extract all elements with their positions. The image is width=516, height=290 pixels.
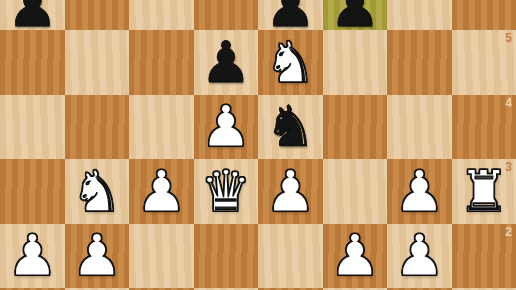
square-b4[interactable]: [65, 95, 130, 160]
white-pawn-e3[interactable]: ♟: [258, 159, 323, 224]
rank-label-5: 5: [505, 32, 512, 44]
square-d4[interactable]: ♟: [194, 95, 259, 160]
square-c4[interactable]: [129, 95, 194, 160]
square-f2[interactable]: ♟: [323, 224, 388, 289]
square-e3[interactable]: ♟: [258, 159, 323, 224]
square-h3[interactable]: ♜3: [452, 159, 516, 224]
white-pawn-a2[interactable]: ♟: [0, 224, 65, 289]
square-b5[interactable]: [65, 30, 130, 95]
square-h6[interactable]: [452, 0, 516, 30]
white-pawn-b2[interactable]: ♟: [65, 224, 130, 289]
chess-board-viewport: ♟♟♟♟♞5♟♞4♞♟♛♟♟♜3♟♟♟♟2: [0, 0, 516, 290]
square-g6[interactable]: [387, 0, 452, 30]
square-f6[interactable]: ♟: [323, 0, 388, 30]
square-e4[interactable]: ♞: [258, 95, 323, 160]
white-pawn-c3[interactable]: ♟: [129, 159, 194, 224]
square-g2[interactable]: ♟: [387, 224, 452, 289]
square-g3[interactable]: ♟: [387, 159, 452, 224]
white-pawn-d4[interactable]: ♟: [194, 95, 259, 160]
white-pawn-f2[interactable]: ♟: [323, 224, 388, 289]
square-a2[interactable]: ♟: [0, 224, 65, 289]
square-d5[interactable]: ♟: [194, 30, 259, 95]
rank-label-2: 2: [505, 226, 512, 238]
black-pawn-d5[interactable]: ♟: [194, 30, 259, 95]
chess-board: ♟♟♟♟♞5♟♞4♞♟♛♟♟♜3♟♟♟♟2: [0, 0, 516, 290]
white-queen-d3[interactable]: ♛: [194, 159, 259, 224]
square-c5[interactable]: [129, 30, 194, 95]
rank-label-4: 4: [505, 97, 512, 109]
white-knight-e5[interactable]: ♞: [258, 30, 323, 95]
square-d2[interactable]: [194, 224, 259, 289]
white-pawn-g3[interactable]: ♟: [387, 159, 452, 224]
white-pawn-g2[interactable]: ♟: [387, 224, 452, 289]
square-d3[interactable]: ♛: [194, 159, 259, 224]
square-a3[interactable]: [0, 159, 65, 224]
square-e5[interactable]: ♞: [258, 30, 323, 95]
square-c3[interactable]: ♟: [129, 159, 194, 224]
square-e6[interactable]: ♟: [258, 0, 323, 30]
square-a4[interactable]: [0, 95, 65, 160]
square-h4[interactable]: 4: [452, 95, 516, 160]
square-e2[interactable]: [258, 224, 323, 289]
square-a5[interactable]: [0, 30, 65, 95]
black-knight-e4[interactable]: ♞: [258, 95, 323, 160]
square-c2[interactable]: [129, 224, 194, 289]
square-f4[interactable]: [323, 95, 388, 160]
square-f5[interactable]: [323, 30, 388, 95]
white-knight-b3[interactable]: ♞: [65, 159, 130, 224]
square-g4[interactable]: [387, 95, 452, 160]
square-f3[interactable]: [323, 159, 388, 224]
square-h2[interactable]: 2: [452, 224, 516, 289]
square-h5[interactable]: 5: [452, 30, 516, 95]
square-b6[interactable]: [65, 0, 130, 30]
square-g5[interactable]: [387, 30, 452, 95]
square-c6[interactable]: [129, 0, 194, 30]
square-b2[interactable]: ♟: [65, 224, 130, 289]
square-a6[interactable]: ♟: [0, 0, 65, 30]
rank-label-3: 3: [505, 161, 512, 173]
square-b3[interactable]: ♞: [65, 159, 130, 224]
square-d6[interactable]: [194, 0, 259, 30]
